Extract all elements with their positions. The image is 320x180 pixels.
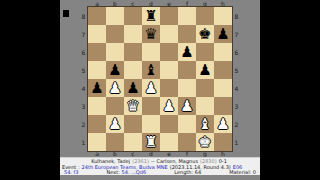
square-c7[interactable] [124, 25, 142, 43]
coordinate-label: 2 [80, 115, 87, 133]
square-f3[interactable]: ♟ [178, 97, 196, 115]
square-f1[interactable] [178, 133, 196, 151]
square-b7[interactable] [106, 25, 124, 43]
black-rook: ♜ [144, 7, 157, 25]
white-bishop: ♝ [198, 115, 211, 133]
letterbox-left [0, 0, 60, 180]
square-g7[interactable]: ♚ [196, 25, 214, 43]
square-e8[interactable] [160, 7, 178, 25]
square-a3[interactable] [88, 97, 106, 115]
material-value: 0 [253, 170, 256, 175]
eco-code-link[interactable]: E06 [233, 165, 243, 170]
square-f7[interactable] [178, 25, 196, 43]
white-pawn: ♟ [180, 97, 193, 115]
white-pawn: ♟ [216, 115, 229, 133]
square-h6[interactable] [214, 43, 232, 61]
coordinate-label: 8 [80, 7, 87, 25]
black-player-rating: (2830) [200, 159, 217, 164]
coordinate-label: 4 [233, 79, 240, 97]
black-pawn: ♟ [216, 25, 229, 43]
coordinate-label: 2 [233, 115, 240, 133]
material-label: Material: [229, 170, 251, 175]
square-e5[interactable] [160, 61, 178, 79]
square-h8[interactable] [214, 7, 232, 25]
white-pawn: ♟ [162, 97, 175, 115]
coordinate-label: 8 [233, 7, 240, 25]
square-d8[interactable]: ♜ [142, 7, 160, 25]
square-h1[interactable] [214, 133, 232, 151]
black-player-name: Carlsen, Magnus [156, 159, 198, 164]
players-separator: -- [151, 159, 155, 164]
square-a7[interactable] [88, 25, 106, 43]
letterbox-right [260, 0, 320, 180]
length-label: Length: [174, 170, 193, 175]
square-d3[interactable] [142, 97, 160, 115]
square-h7[interactable]: ♟ [214, 25, 232, 43]
square-e6[interactable] [160, 43, 178, 61]
white-pawn: ♟ [144, 79, 157, 97]
square-h2[interactable]: ♟ [214, 115, 232, 133]
black-pawn: ♟ [108, 61, 121, 79]
square-d5[interactable]: ♝ [142, 61, 160, 79]
rank-labels-left: 87654321 [80, 7, 87, 151]
square-d2[interactable] [142, 115, 160, 133]
coordinate-label: 4 [80, 79, 87, 97]
black-pawn: ♟ [90, 79, 103, 97]
square-a6[interactable] [88, 43, 106, 61]
square-g4[interactable] [196, 79, 214, 97]
current-move[interactable]: 54. f3 [64, 170, 78, 176]
black-king: ♚ [198, 25, 211, 43]
game-info-panel: Kulhanek, Tadej(2361)--Carlsen, Magnus(2… [60, 157, 260, 175]
next-move-group: Next: 54. ...Qd6 [107, 170, 147, 176]
white-queen: ♛ [126, 97, 139, 115]
square-a1[interactable] [88, 133, 106, 151]
square-g3[interactable] [196, 97, 214, 115]
square-b8[interactable] [106, 7, 124, 25]
square-b1[interactable] [106, 133, 124, 151]
white-player-rating: (2361) [132, 159, 149, 164]
square-b6[interactable] [106, 43, 124, 61]
square-b5[interactable]: ♟ [106, 61, 124, 79]
square-e3[interactable]: ♟ [160, 97, 178, 115]
black-pawn: ♟ [180, 43, 193, 61]
length-value: 64 [195, 170, 201, 175]
square-g6[interactable] [196, 43, 214, 61]
square-d6[interactable] [142, 43, 160, 61]
square-a5[interactable] [88, 61, 106, 79]
board-background: abcdefgh 87654321 ♜♛♚♟♟♟♝♟♟♟♟♟♛♟♟♟♝♟♜♚ 8… [60, 0, 260, 180]
square-b2[interactable]: ♟ [106, 115, 124, 133]
black-pawn: ♟ [198, 61, 211, 79]
event-name-link[interactable]: 24th European Teams, Budva MNE [82, 165, 168, 170]
side-to-move-indicator [63, 10, 69, 17]
square-d7[interactable]: ♛ [142, 25, 160, 43]
coordinate-label: 6 [80, 43, 87, 61]
white-king: ♚ [198, 133, 211, 151]
square-f5[interactable] [178, 61, 196, 79]
square-d1[interactable]: ♜ [142, 133, 160, 151]
event-details: (2023.11.14, Round 4.3) [170, 165, 231, 170]
coordinate-label: 5 [80, 61, 87, 79]
black-queen: ♛ [144, 25, 157, 43]
square-g8[interactable] [196, 7, 214, 25]
coordinate-label: 6 [233, 43, 240, 61]
square-h5[interactable] [214, 61, 232, 79]
square-e1[interactable] [160, 133, 178, 151]
square-c1[interactable] [124, 133, 142, 151]
video-frame: abcdefgh 87654321 ♜♛♚♟♟♟♝♟♟♟♟♟♛♟♟♟♝♟♜♚ 8… [0, 0, 320, 180]
square-b4[interactable]: ♟ [106, 79, 124, 97]
white-player-name: Kulhanek, Tadej [91, 159, 130, 164]
black-bishop: ♝ [144, 61, 157, 79]
length-group: Length: 64 [174, 170, 201, 176]
coordinate-label: 1 [80, 133, 87, 151]
next-move-link[interactable]: 54. ...Qd6 [122, 170, 147, 175]
black-pawn: ♟ [126, 79, 139, 97]
white-pawn: ♟ [108, 79, 121, 97]
rank-labels-right: 87654321 [233, 7, 240, 151]
square-c6[interactable] [124, 43, 142, 61]
game-result: 0-1 [219, 159, 227, 164]
coordinate-label: 7 [80, 25, 87, 43]
square-e7[interactable] [160, 25, 178, 43]
chess-board[interactable]: ♜♛♚♟♟♟♝♟♟♟♟♟♛♟♟♟♝♟♜♚ [88, 7, 232, 151]
square-f6[interactable]: ♟ [178, 43, 196, 61]
square-c3[interactable]: ♛ [124, 97, 142, 115]
square-f4[interactable] [178, 79, 196, 97]
coordinate-label: 3 [233, 97, 240, 115]
square-g5[interactable]: ♟ [196, 61, 214, 79]
material-group: Material: 0 [229, 170, 256, 176]
square-c5[interactable] [124, 61, 142, 79]
square-h4[interactable] [214, 79, 232, 97]
next-label: Next: [107, 170, 120, 175]
coordinate-label: 1 [233, 133, 240, 151]
square-a8[interactable] [88, 7, 106, 25]
coordinate-label: 3 [80, 97, 87, 115]
status-line: 54. f3 Next: 54. ...Qd6 Length: 64 Mater… [60, 170, 260, 176]
square-a2[interactable] [88, 115, 106, 133]
square-c4[interactable]: ♟ [124, 79, 142, 97]
square-b3[interactable] [106, 97, 124, 115]
square-h3[interactable] [214, 97, 232, 115]
white-rook: ♜ [144, 133, 157, 151]
square-g2[interactable]: ♝ [196, 115, 214, 133]
square-c8[interactable] [124, 7, 142, 25]
square-d4[interactable]: ♟ [142, 79, 160, 97]
coordinate-label: 5 [233, 61, 240, 79]
square-e2[interactable] [160, 115, 178, 133]
square-g1[interactable]: ♚ [196, 133, 214, 151]
square-f8[interactable] [178, 7, 196, 25]
event-label: Event : [62, 165, 80, 170]
square-a4[interactable]: ♟ [88, 79, 106, 97]
square-c2[interactable] [124, 115, 142, 133]
square-f2[interactable] [178, 115, 196, 133]
white-pawn: ♟ [108, 115, 121, 133]
coordinate-label: 7 [233, 25, 240, 43]
square-e4[interactable] [160, 79, 178, 97]
